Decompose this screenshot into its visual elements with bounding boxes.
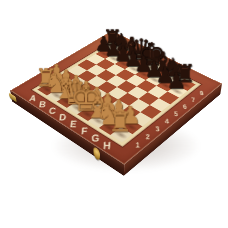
white-rook-icon: ♜ bbox=[86, 110, 153, 135]
file-label-h: H bbox=[103, 140, 111, 152]
chess-set-photo: ABCDEFGH 12345678 ♜♞♝♛♚♝♞♜♟♟♟♟♟♟♟♟♟♟♟♟♟♟… bbox=[0, 0, 228, 228]
stage: ABCDEFGH 12345678 ♜♞♝♛♚♝♞♜♟♟♟♟♟♟♟♟♟♟♟♟♟♟… bbox=[0, 0, 228, 228]
rank-label-4: 4 bbox=[164, 117, 168, 124]
brass-hinge bbox=[9, 92, 17, 102]
black-pawn-icon: ♟ bbox=[146, 71, 207, 92]
rank-label-1: 1 bbox=[135, 140, 139, 148]
rank-label-6: 6 bbox=[182, 103, 187, 110]
rank-label-5: 5 bbox=[173, 110, 177, 117]
chess-board: ABCDEFGH 12345678 ♜♞♝♛♚♝♞♜♟♟♟♟♟♟♟♟♟♟♟♟♟♟… bbox=[10, 31, 222, 165]
rank-label-7: 7 bbox=[191, 96, 196, 103]
